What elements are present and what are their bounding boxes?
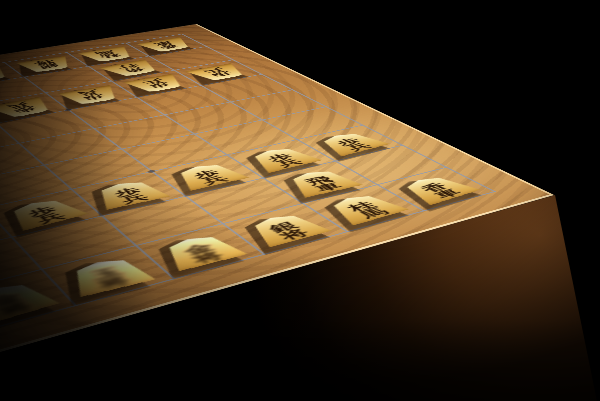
piece-kanji: 将 bbox=[189, 236, 226, 263]
piece-body: 歩兵 bbox=[82, 145, 176, 215]
perspective-scene: 香車桂馬銀将金将王将金将銀将桂馬香車飛車角行歩兵歩兵歩兵歩兵歩兵歩兵歩兵歩兵歩兵… bbox=[0, 0, 600, 401]
piece-body: 歩兵 bbox=[0, 69, 63, 124]
piece-kanji: 将 bbox=[0, 284, 35, 315]
piece-face-歩兵: 歩兵 bbox=[0, 69, 63, 124]
piece-gote-c6r3[interactable]: 歩兵 bbox=[0, 95, 63, 122]
piece-kanji: 兵 bbox=[198, 162, 230, 184]
piece-gote-c8r3[interactable]: 歩兵 bbox=[119, 72, 194, 95]
shogi-board-block: 香車桂馬銀将金将王将金将銀将桂馬香車飛車角行歩兵歩兵歩兵歩兵歩兵歩兵歩兵歩兵歩兵… bbox=[0, 24, 555, 401]
piece-kanji: 兵 bbox=[32, 198, 68, 223]
piece-body: 歩兵 bbox=[182, 38, 255, 86]
piece-face-玉将: 玉将 bbox=[54, 216, 162, 304]
board-top-surface: 香車桂馬銀将金将王将金将銀将桂馬香車飛車角行歩兵歩兵歩兵歩兵歩兵歩兵歩兵歩兵歩兵… bbox=[0, 24, 555, 401]
shogi-photo-stage: 香車桂馬銀将金将王将金将銀将桂馬香車飛車角行歩兵歩兵歩兵歩兵歩兵歩兵歩兵歩兵歩兵… bbox=[0, 0, 600, 401]
piece-body: 歩兵 bbox=[162, 129, 254, 196]
piece-face-歩兵: 歩兵 bbox=[82, 145, 176, 215]
piece-kanji: 兵 bbox=[344, 130, 374, 150]
piece-kanji: 馬 bbox=[356, 193, 390, 217]
piece-kanji: 車 bbox=[151, 20, 174, 34]
piece-kanji: 兵 bbox=[201, 45, 226, 60]
piece-gote-c9r3[interactable]: 歩兵 bbox=[180, 61, 255, 83]
piece-kanji: 兵 bbox=[74, 66, 100, 82]
piece-kanji: 将 bbox=[31, 38, 55, 52]
hoshi-dot bbox=[63, 109, 71, 112]
piece-body: 金将 bbox=[0, 239, 66, 334]
piece-face-歩兵: 歩兵 bbox=[162, 129, 254, 196]
piece-body: 玉将 bbox=[54, 216, 162, 304]
piece-body: 歩兵 bbox=[119, 48, 193, 98]
piece-gote-c7r3[interactable]: 歩兵 bbox=[54, 83, 129, 108]
piece-sente-c4r9[interactable]: 金将 bbox=[0, 273, 66, 330]
piece-sente-c5r9[interactable]: 玉将 bbox=[54, 249, 162, 301]
piece-face-金将: 金将 bbox=[0, 239, 66, 334]
piece-kanji: 兵 bbox=[3, 78, 31, 95]
piece-sente-c6r9[interactable]: 金将 bbox=[147, 227, 254, 275]
piece-sente-c6r7[interactable]: 歩兵 bbox=[82, 174, 176, 212]
piece-face-歩兵: 歩兵 bbox=[182, 38, 255, 86]
piece-kanji: 車 bbox=[431, 175, 464, 198]
piece-kanji: 兵 bbox=[117, 180, 150, 203]
piece-kanji: 兵 bbox=[139, 55, 165, 71]
piece-body: 金将 bbox=[148, 195, 254, 278]
piece-kanji: 将 bbox=[94, 260, 132, 289]
piece-sente-c7r7[interactable]: 歩兵 bbox=[161, 157, 255, 193]
piece-face-歩兵: 歩兵 bbox=[119, 48, 193, 98]
piece-face-金将: 金将 bbox=[148, 195, 254, 278]
pieces-layer: 香車桂馬銀将金将王将金将銀将桂馬香車飛車角行歩兵歩兵歩兵歩兵歩兵歩兵歩兵歩兵歩兵… bbox=[0, 24, 555, 401]
piece-kanji: 将 bbox=[276, 214, 312, 239]
